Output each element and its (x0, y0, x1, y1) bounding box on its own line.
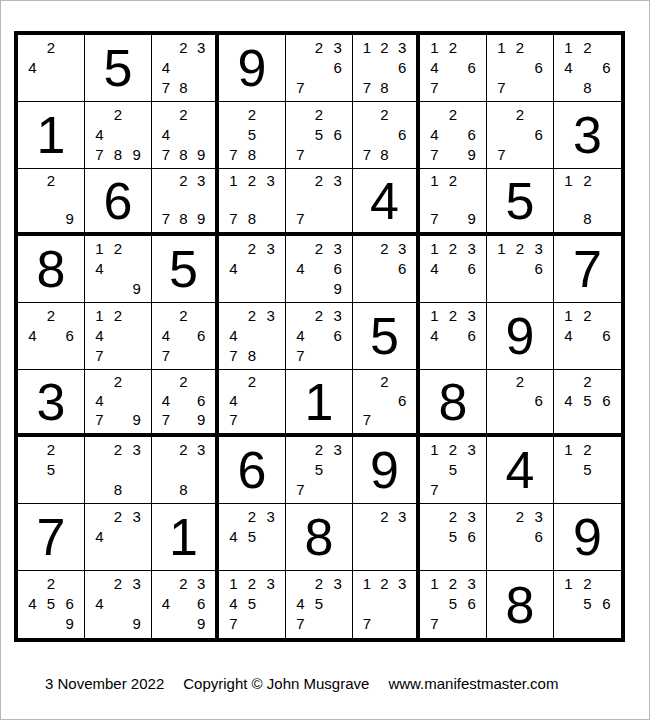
cell-r5c2[interactable]: 1247 (85, 303, 152, 370)
pencil-mark (224, 546, 243, 566)
pencil-marks: 1267 (487, 35, 553, 101)
cell-r1c3[interactable]: 23478 (152, 35, 219, 102)
pencil-mark: 2 (578, 439, 597, 459)
pencil-mark (529, 104, 548, 124)
pencil-mark: 3 (261, 573, 280, 593)
pencil-mark (444, 325, 463, 345)
cell-r4c5[interactable]: 23469 (286, 236, 353, 303)
pencil-mark: 6 (192, 593, 210, 613)
pencil-mark: 9 (462, 209, 481, 228)
pencil-mark (23, 190, 42, 209)
cell-value: 3 (554, 102, 621, 168)
pencil-mark (393, 410, 411, 429)
pencil-mark: 7 (224, 144, 243, 164)
pencil-mark: 6 (393, 57, 411, 77)
pencil-mark (425, 546, 444, 566)
cell-r4c4[interactable]: 234 (219, 236, 286, 303)
cell-r6c2[interactable]: 2479 (85, 370, 152, 437)
pencil-mark (192, 190, 210, 209)
cell-r3c8[interactable]: 5 (487, 169, 554, 236)
pencil-mark: 5 (42, 593, 61, 613)
pencil-mark: 3 (462, 305, 481, 325)
pencil-mark (529, 278, 548, 298)
pencil-mark: 3 (328, 439, 347, 459)
pencil-mark (597, 372, 616, 391)
pencil-mark (559, 410, 578, 429)
pencil-mark: 7 (291, 77, 310, 97)
pencil-mark (157, 104, 175, 124)
pencil-mark: 2 (243, 372, 262, 391)
pencil-mark: 4 (157, 593, 175, 613)
pencil-mark (90, 506, 109, 526)
pencil-mark (310, 57, 329, 77)
pencil-mark (261, 209, 280, 228)
pencil-mark: 9 (127, 614, 146, 634)
pencil-mark (358, 391, 376, 410)
pencil-mark: 3 (261, 171, 280, 190)
pencil-mark (291, 459, 310, 479)
pencil-mark (597, 37, 616, 57)
cell-value: 7 (18, 504, 84, 570)
cell-r6c3[interactable]: 24679 (152, 370, 219, 437)
cell-r9c1[interactable]: 24569 (18, 571, 85, 638)
pencil-mark (23, 479, 42, 499)
pencil-mark (328, 459, 347, 479)
pencil-mark: 2 (376, 104, 394, 124)
cell-r5c5[interactable]: 23467 (286, 303, 353, 370)
pencil-mark: 9 (462, 144, 481, 164)
pencil-mark (192, 77, 210, 97)
pencil-mark (224, 372, 243, 391)
cell-r8c1[interactable]: 7 (18, 504, 85, 571)
pencil-mark: 2 (444, 573, 463, 593)
cell-r1c9[interactable]: 12468 (554, 35, 621, 102)
cell-r5c6[interactable]: 5 (353, 303, 420, 370)
pencil-mark (462, 479, 481, 499)
pencil-mark: 4 (157, 57, 175, 77)
pencil-mark (358, 57, 376, 77)
pencil-mark: 1 (425, 171, 444, 190)
cell-value: 9 (487, 303, 553, 369)
cell-r3c5[interactable]: 237 (286, 169, 353, 236)
pencil-mark (425, 459, 444, 479)
pencil-mark: 1 (559, 439, 578, 459)
pencil-marks: 12346 (420, 303, 486, 369)
cell-r5c4[interactable]: 23478 (219, 303, 286, 370)
cell-r2c8[interactable]: 267 (487, 102, 554, 169)
pencil-mark: 2 (109, 506, 128, 526)
pencil-mark: 7 (90, 144, 109, 164)
pencil-mark: 7 (157, 144, 175, 164)
cell-r2c9[interactable]: 3 (554, 102, 621, 169)
pencil-mark: 2 (444, 238, 463, 258)
cell-r1c1[interactable]: 24 (18, 35, 85, 102)
cell-r6c7[interactable]: 8 (420, 370, 487, 437)
cell-r2c1[interactable]: 1 (18, 102, 85, 169)
cell-value: 9 (353, 437, 416, 503)
pencil-mark: 8 (243, 345, 262, 365)
pencil-mark (492, 258, 511, 278)
pencil-mark: 2 (376, 506, 394, 526)
cell-r3c9[interactable]: 128 (554, 169, 621, 236)
pencil-mark: 3 (192, 439, 210, 459)
pencil-mark (127, 104, 146, 124)
cell-r4c6[interactable]: 236 (353, 236, 420, 303)
pencil-mark: 2 (376, 37, 394, 57)
pencil-mark (23, 459, 42, 479)
cell-r4c9[interactable]: 7 (554, 236, 621, 303)
pencil-marks: 24789 (152, 102, 215, 168)
cell-r2c3[interactable]: 24789 (152, 102, 219, 169)
pencil-mark (358, 124, 376, 144)
pencil-mark (127, 593, 146, 613)
pencil-mark (192, 372, 210, 391)
pencil-mark (376, 614, 394, 634)
pencil-mark: 1 (90, 238, 109, 258)
pencil-mark (529, 37, 548, 57)
cell-r9c6[interactable]: 1237 (353, 571, 420, 638)
pencil-mark (175, 614, 193, 634)
pencil-mark: 9 (192, 614, 210, 634)
pencil-marks: 23789 (152, 169, 215, 232)
pencil-mark (60, 77, 79, 97)
pencil-mark (492, 124, 511, 144)
pencil-mark (492, 278, 511, 298)
pencil-mark (444, 345, 463, 365)
pencil-mark: 2 (511, 37, 530, 57)
cell-r1c6[interactable]: 123678 (353, 35, 420, 102)
pencil-mark (328, 77, 347, 97)
pencil-mark: 6 (393, 258, 411, 278)
pencil-mark (310, 209, 329, 228)
footer-copyright: Copyright © John Musgrave (183, 675, 369, 692)
pencil-marks: 12468 (554, 35, 621, 101)
pencil-mark (393, 104, 411, 124)
pencil-mark (42, 190, 61, 209)
cell-r7c7[interactable]: 12357 (420, 437, 487, 504)
pencil-mark (261, 614, 280, 634)
pencil-mark: 3 (393, 238, 411, 258)
pencil-mark: 1 (559, 573, 578, 593)
pencil-mark: 4 (23, 593, 42, 613)
cell-r5c1[interactable]: 246 (18, 303, 85, 370)
pencil-marks: 2456 (554, 370, 621, 433)
pencil-mark (376, 546, 394, 566)
pencil-mark: 2 (578, 37, 597, 57)
pencil-mark (358, 258, 376, 278)
pencil-mark (23, 614, 42, 634)
cell-r8c6[interactable]: 23 (353, 504, 420, 571)
pencil-mark (376, 124, 394, 144)
pencil-mark: 5 (444, 593, 463, 613)
pencil-mark (529, 144, 548, 164)
pencil-mark: 4 (559, 57, 578, 77)
cell-r4c1[interactable]: 8 (18, 236, 85, 303)
pencil-mark (243, 391, 262, 410)
pencil-marks: 234 (85, 504, 151, 570)
cell-r9c7[interactable]: 123567 (420, 571, 487, 638)
pencil-mark (243, 614, 262, 634)
pencil-mark: 6 (529, 258, 548, 278)
pencil-mark (109, 124, 128, 144)
pencil-mark: 2 (444, 506, 463, 526)
pencil-mark (511, 144, 530, 164)
pencil-mark: 3 (328, 238, 347, 258)
pencil-mark: 4 (291, 325, 310, 345)
pencil-mark (328, 593, 347, 613)
pencil-mark (261, 124, 280, 144)
cell-r9c8[interactable]: 8 (487, 571, 554, 638)
pencil-mark (243, 546, 262, 566)
pencil-mark: 7 (291, 614, 310, 634)
cell-r7c1[interactable]: 25 (18, 437, 85, 504)
pencil-marks: 2567 (286, 102, 352, 168)
pencil-mark (492, 410, 511, 429)
pencil-marks: 1237 (353, 571, 416, 638)
cell-r9c9[interactable]: 1256 (554, 571, 621, 638)
pencil-mark (310, 144, 329, 164)
pencil-mark (42, 209, 61, 228)
cell-r7c8[interactable]: 4 (487, 437, 554, 504)
cell-r7c9[interactable]: 125 (554, 437, 621, 504)
pencil-mark (444, 209, 463, 228)
cell-r1c5[interactable]: 2367 (286, 35, 353, 102)
pencil-mark (109, 410, 128, 429)
pencil-mark (23, 171, 42, 190)
pencil-mark: 4 (90, 593, 109, 613)
pencil-mark (425, 104, 444, 124)
pencil-marks: 24679 (420, 102, 486, 168)
pencil-mark: 4 (90, 124, 109, 144)
cell-r8c7[interactable]: 2356 (420, 504, 487, 571)
cell-r3c2[interactable]: 6 (85, 169, 152, 236)
pencil-mark: 6 (597, 325, 616, 345)
pencil-marks: 1249 (85, 236, 151, 302)
pencil-marks: 234 (219, 236, 285, 302)
cell-r5c7[interactable]: 12346 (420, 303, 487, 370)
pencil-mark: 5 (578, 391, 597, 410)
pencil-marks: 128 (554, 169, 621, 232)
pencil-mark (109, 258, 128, 278)
pencil-mark: 7 (157, 77, 175, 97)
cell-r7c3[interactable]: 238 (152, 437, 219, 504)
cell-r1c8[interactable]: 1267 (487, 35, 554, 102)
pencil-mark (261, 391, 280, 410)
pencil-mark (291, 124, 310, 144)
pencil-mark (192, 57, 210, 77)
cell-r4c2[interactable]: 1249 (85, 236, 152, 303)
pencil-mark (175, 57, 193, 77)
pencil-mark: 3 (127, 506, 146, 526)
pencil-mark (328, 190, 347, 209)
pencil-mark: 3 (328, 171, 347, 190)
pencil-mark: 7 (157, 410, 175, 429)
cell-r1c2[interactable]: 5 (85, 35, 152, 102)
pencil-mark (578, 57, 597, 77)
pencil-marks: 2479 (85, 370, 151, 433)
cell-r2c7[interactable]: 24679 (420, 102, 487, 169)
cell-r3c4[interactable]: 12378 (219, 169, 286, 236)
pencil-mark (358, 104, 376, 124)
pencil-mark (328, 345, 347, 365)
pencil-mark: 3 (127, 439, 146, 459)
pencil-mark (393, 278, 411, 298)
pencil-mark (261, 278, 280, 298)
pencil-mark (127, 372, 146, 391)
pencil-mark (310, 258, 329, 278)
cell-r5c3[interactable]: 2467 (152, 303, 219, 370)
cell-r8c2[interactable]: 234 (85, 504, 152, 571)
pencil-mark (310, 345, 329, 365)
cell-r5c8[interactable]: 9 (487, 303, 554, 370)
cell-r7c5[interactable]: 2357 (286, 437, 353, 504)
cell-r5c9[interactable]: 1246 (554, 303, 621, 370)
pencil-mark: 7 (425, 614, 444, 634)
pencil-mark (328, 614, 347, 634)
pencil-marks: 23467 (286, 303, 352, 369)
cell-r1c7[interactable]: 12467 (420, 35, 487, 102)
pencil-mark (224, 104, 243, 124)
pencil-mark: 4 (559, 391, 578, 410)
cell-r8c8[interactable]: 236 (487, 504, 554, 571)
pencil-mark (511, 410, 530, 429)
cell-r3c3[interactable]: 23789 (152, 169, 219, 236)
pencil-mark: 6 (192, 391, 210, 410)
pencil-mark (60, 573, 79, 593)
pencil-marks: 236 (487, 504, 553, 570)
pencil-mark (376, 593, 394, 613)
pencil-mark (597, 573, 616, 593)
cell-r8c5[interactable]: 8 (286, 504, 353, 571)
pencil-mark: 8 (578, 209, 597, 228)
cell-r2c2[interactable]: 24789 (85, 102, 152, 169)
cell-r4c8[interactable]: 1236 (487, 236, 554, 303)
cell-value: 9 (554, 504, 621, 570)
pencil-mark: 8 (243, 144, 262, 164)
pencil-mark (444, 614, 463, 634)
pencil-mark: 3 (462, 573, 481, 593)
cell-r6c1[interactable]: 3 (18, 370, 85, 437)
pencil-marks: 2357 (286, 437, 352, 503)
pencil-mark (175, 325, 193, 345)
pencil-marks: 23 (353, 504, 416, 570)
pencil-mark (291, 278, 310, 298)
pencil-mark (90, 439, 109, 459)
pencil-mark: 7 (224, 345, 243, 365)
pencil-mark: 7 (425, 209, 444, 228)
pencil-marks: 12467 (420, 35, 486, 101)
pencil-mark: 2 (42, 37, 61, 57)
cell-r1c4[interactable]: 9 (219, 35, 286, 102)
pencil-marks: 238 (152, 437, 215, 503)
pencil-mark (261, 593, 280, 613)
cell-r7c4[interactable]: 6 (219, 437, 286, 504)
pencil-mark (559, 459, 578, 479)
pencil-mark (42, 345, 61, 365)
pencil-mark: 3 (529, 506, 548, 526)
pencil-mark: 6 (462, 124, 481, 144)
pencil-mark (127, 546, 146, 566)
pencil-mark (511, 258, 530, 278)
pencil-mark: 5 (310, 124, 329, 144)
cell-r2c5[interactable]: 2567 (286, 102, 353, 169)
pencil-mark (511, 546, 530, 566)
pencil-mark (425, 278, 444, 298)
cell-r2c6[interactable]: 2678 (353, 102, 420, 169)
pencil-mark (444, 57, 463, 77)
pencil-mark: 4 (224, 391, 243, 410)
pencil-mark (425, 190, 444, 209)
pencil-mark (511, 77, 530, 97)
pencil-mark (578, 325, 597, 345)
cell-r6c5[interactable]: 1 (286, 370, 353, 437)
cell-r3c6[interactable]: 4 (353, 169, 420, 236)
cell-value: 1 (18, 102, 84, 168)
pencil-mark (597, 171, 616, 190)
pencil-mark: 2 (511, 238, 530, 258)
cell-r3c7[interactable]: 1279 (420, 169, 487, 236)
pencil-mark (261, 104, 280, 124)
pencil-marks: 236 (353, 236, 416, 302)
pencil-mark (157, 171, 175, 190)
cell-r6c9[interactable]: 2456 (554, 370, 621, 437)
pencil-mark (597, 305, 616, 325)
pencil-mark (224, 278, 243, 298)
pencil-marks: 12378 (219, 169, 285, 232)
cell-r7c6[interactable]: 9 (353, 437, 420, 504)
cell-r9c3[interactable]: 23469 (152, 571, 219, 638)
pencil-mark: 4 (23, 57, 42, 77)
cell-r6c6[interactable]: 267 (353, 370, 420, 437)
pencil-mark (529, 372, 548, 391)
pencil-mark: 2 (175, 171, 193, 190)
pencil-mark (192, 124, 210, 144)
pencil-mark: 2 (175, 305, 193, 325)
cell-r4c3[interactable]: 5 (152, 236, 219, 303)
pencil-mark (90, 459, 109, 479)
pencil-marks: 2345 (219, 504, 285, 570)
pencil-mark (42, 479, 61, 499)
pencil-mark: 6 (462, 57, 481, 77)
cell-r9c5[interactable]: 23457 (286, 571, 353, 638)
pencil-mark: 3 (462, 506, 481, 526)
cell-r8c9[interactable]: 9 (554, 504, 621, 571)
cell-r9c4[interactable]: 123457 (219, 571, 286, 638)
pencil-mark (224, 506, 243, 526)
cell-value: 8 (18, 236, 84, 302)
cell-r7c2[interactable]: 238 (85, 437, 152, 504)
pencil-marks: 247 (219, 370, 285, 433)
pencil-mark: 2 (310, 439, 329, 459)
pencil-mark: 8 (243, 209, 262, 228)
pencil-mark: 7 (358, 77, 376, 97)
cell-r6c4[interactable]: 247 (219, 370, 286, 437)
cell-r4c7[interactable]: 12346 (420, 236, 487, 303)
pencil-mark (444, 479, 463, 499)
cell-r8c4[interactable]: 2345 (219, 504, 286, 571)
pencil-mark (157, 372, 175, 391)
cell-r3c1[interactable]: 29 (18, 169, 85, 236)
cell-r9c2[interactable]: 2349 (85, 571, 152, 638)
pencil-mark: 2 (578, 573, 597, 593)
pencil-mark: 2 (444, 439, 463, 459)
pencil-mark (492, 546, 511, 566)
cell-r6c8[interactable]: 26 (487, 370, 554, 437)
pencil-mark: 1 (425, 573, 444, 593)
cell-r2c4[interactable]: 2578 (219, 102, 286, 169)
pencil-mark: 4 (90, 526, 109, 546)
cell-r8c3[interactable]: 1 (152, 504, 219, 571)
